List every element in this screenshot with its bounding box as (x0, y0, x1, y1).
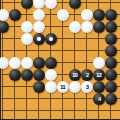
black-stone (9, 9, 21, 21)
white-stone (69, 81, 81, 93)
black-stone (33, 69, 45, 81)
black-stone-move-4: 4 (93, 93, 105, 105)
black-stone-move-10: 10 (69, 69, 81, 81)
black-stone (93, 81, 105, 93)
black-stone-move-12: 12 (93, 69, 105, 81)
move-number-label: 12 (96, 72, 101, 78)
black-stone (93, 9, 105, 21)
circle-mark-icon (37, 37, 41, 41)
move-number-label: 3 (86, 84, 89, 90)
black-stone-move-2: 2 (81, 69, 93, 81)
white-stone (45, 0, 57, 9)
black-stone (105, 21, 117, 33)
black-stone (69, 0, 81, 9)
white-stone (93, 57, 105, 69)
black-stone (21, 0, 33, 9)
white-stone (81, 9, 93, 21)
white-stone (33, 0, 45, 9)
white-stone (81, 21, 93, 33)
black-stone (93, 21, 105, 33)
move-number-label: 11 (61, 84, 66, 90)
white-stone (21, 57, 33, 69)
white-stone (0, 57, 9, 69)
black-stone (9, 69, 21, 81)
black-stone (45, 57, 57, 69)
black-stone (21, 69, 33, 81)
black-stone-marked (33, 33, 45, 45)
black-stone-marked (45, 33, 57, 45)
move-number-label: 10 (72, 72, 77, 78)
black-stone (33, 81, 45, 93)
white-stone (0, 9, 9, 21)
white-stone (33, 9, 45, 21)
black-stone (105, 57, 117, 69)
circle-mark-icon (49, 37, 53, 41)
black-stone (33, 57, 45, 69)
black-stone (105, 45, 117, 57)
white-stone (9, 57, 21, 69)
white-stone-move-11: 11 (57, 81, 69, 93)
go-board[interactable]: 102121134 (0, 0, 120, 120)
move-number-label: 2 (86, 72, 89, 78)
white-stone (45, 69, 57, 81)
white-stone (57, 9, 69, 21)
black-stone (105, 69, 117, 81)
board-bottom-border (0, 119, 120, 120)
move-number-label: 4 (98, 96, 101, 102)
black-stone (0, 21, 9, 33)
white-stone (21, 33, 33, 45)
white-stone (33, 21, 45, 33)
white-stone-move-3: 3 (81, 81, 93, 93)
black-stone (105, 81, 117, 93)
black-stone (105, 9, 117, 21)
white-stone (69, 21, 81, 33)
black-stone (105, 33, 117, 45)
white-stone (21, 21, 33, 33)
black-stone (105, 93, 117, 105)
white-stone (45, 81, 57, 93)
